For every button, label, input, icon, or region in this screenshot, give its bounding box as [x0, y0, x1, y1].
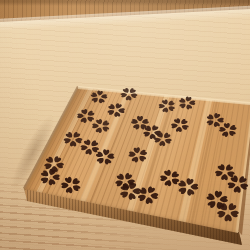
sakura-flower — [75, 107, 97, 124]
photo-frame — [0, 0, 250, 250]
sakura-flower — [133, 182, 163, 207]
sakura-flower — [203, 111, 226, 129]
sakura-pattern-layer — [0, 0, 250, 250]
sakura-flower — [176, 95, 197, 111]
sakura-flower — [217, 122, 238, 138]
sakura-flower — [213, 199, 244, 226]
sakura-flower — [167, 115, 193, 135]
sakura-flower — [127, 146, 149, 164]
sakura-flower — [89, 90, 109, 105]
sakura-flower — [224, 172, 250, 196]
sakura-flower — [37, 166, 63, 187]
sakura-flower — [117, 85, 141, 103]
sakura-flower — [156, 98, 178, 115]
sakura-flower — [104, 101, 128, 119]
sakura-flower — [175, 176, 201, 198]
sakura-flower — [151, 129, 176, 149]
sakura-flower — [57, 173, 85, 197]
